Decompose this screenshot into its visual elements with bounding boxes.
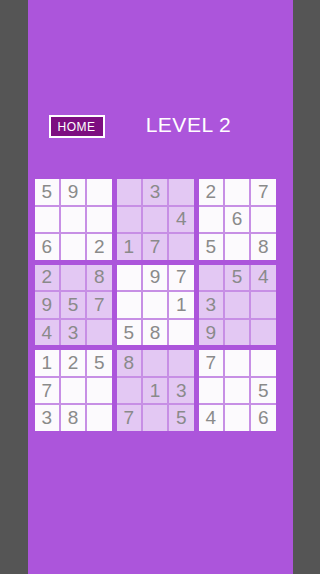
cell-r1c9[interactable]: 7 — [251, 179, 275, 205]
home-button[interactable]: HOME — [49, 115, 105, 138]
cell-r6c3[interactable] — [87, 320, 111, 346]
cell-r6c8[interactable] — [225, 320, 249, 346]
cell-r2c8[interactable]: 6 — [225, 207, 249, 233]
cell-r7c6[interactable] — [169, 350, 193, 376]
block-4: 97158 — [117, 265, 194, 346]
cell-r3c1[interactable]: 6 — [35, 234, 59, 260]
cell-r1c4[interactable] — [117, 179, 141, 205]
cell-r8c3[interactable] — [87, 378, 111, 404]
sudoku-board: 5962341727658289574397158543912573881375… — [35, 179, 276, 431]
cell-r9c3[interactable] — [87, 405, 111, 431]
cell-r2c7[interactable] — [199, 207, 223, 233]
cell-r9c2[interactable]: 8 — [61, 405, 85, 431]
cell-r6c2[interactable]: 3 — [61, 320, 85, 346]
cell-r3c7[interactable]: 5 — [199, 234, 223, 260]
cell-r5c3[interactable]: 7 — [87, 292, 111, 318]
cell-r5c2[interactable]: 5 — [61, 292, 85, 318]
block-6: 125738 — [35, 350, 112, 431]
cell-r3c3[interactable]: 2 — [87, 234, 111, 260]
cell-r7c3[interactable]: 5 — [87, 350, 111, 376]
cell-r5c5[interactable] — [143, 292, 167, 318]
cell-r4c8[interactable]: 5 — [225, 265, 249, 291]
cell-r4c2[interactable] — [61, 265, 85, 291]
cell-r7c5[interactable] — [143, 350, 167, 376]
cell-r2c5[interactable] — [143, 207, 167, 233]
cell-r9c4[interactable]: 7 — [117, 405, 141, 431]
cell-r4c6[interactable]: 7 — [169, 265, 193, 291]
cell-r5c4[interactable] — [117, 292, 141, 318]
cell-r4c4[interactable] — [117, 265, 141, 291]
cell-r2c3[interactable] — [87, 207, 111, 233]
cell-r3c9[interactable]: 8 — [251, 234, 275, 260]
block-5: 5439 — [199, 265, 276, 346]
cell-r9c9[interactable]: 6 — [251, 405, 275, 431]
cell-r4c1[interactable]: 2 — [35, 265, 59, 291]
cell-r3c2[interactable] — [61, 234, 85, 260]
cell-r3c5[interactable]: 7 — [143, 234, 167, 260]
cell-r1c2[interactable]: 9 — [61, 179, 85, 205]
cell-r8c7[interactable] — [199, 378, 223, 404]
block-8: 7546 — [199, 350, 276, 431]
cell-r2c6[interactable]: 4 — [169, 207, 193, 233]
cell-r2c1[interactable] — [35, 207, 59, 233]
cell-r5c9[interactable] — [251, 292, 275, 318]
cell-r6c6[interactable] — [169, 320, 193, 346]
cell-r9c6[interactable]: 5 — [169, 405, 193, 431]
cell-r1c6[interactable] — [169, 179, 193, 205]
cell-r1c3[interactable] — [87, 179, 111, 205]
cell-r1c1[interactable]: 5 — [35, 179, 59, 205]
cell-r7c8[interactable] — [225, 350, 249, 376]
cell-r9c7[interactable]: 4 — [199, 405, 223, 431]
cell-r6c1[interactable]: 4 — [35, 320, 59, 346]
cell-r8c6[interactable]: 3 — [169, 378, 193, 404]
cell-r9c8[interactable] — [225, 405, 249, 431]
cell-r4c3[interactable]: 8 — [87, 265, 111, 291]
cell-r8c5[interactable]: 1 — [143, 378, 167, 404]
cell-r3c8[interactable] — [225, 234, 249, 260]
cell-r8c1[interactable]: 7 — [35, 378, 59, 404]
block-7: 81375 — [117, 350, 194, 431]
cell-r8c2[interactable] — [61, 378, 85, 404]
cell-r2c4[interactable] — [117, 207, 141, 233]
cell-r8c8[interactable] — [225, 378, 249, 404]
cell-r2c2[interactable] — [61, 207, 85, 233]
cell-r1c8[interactable] — [225, 179, 249, 205]
cell-r7c1[interactable]: 1 — [35, 350, 59, 376]
cell-r6c5[interactable]: 8 — [143, 320, 167, 346]
block-0: 5962 — [35, 179, 112, 260]
cell-r5c8[interactable] — [225, 292, 249, 318]
cell-r6c4[interactable]: 5 — [117, 320, 141, 346]
cell-r8c9[interactable]: 5 — [251, 378, 275, 404]
cell-r7c2[interactable]: 2 — [61, 350, 85, 376]
cell-r9c5[interactable] — [143, 405, 167, 431]
cell-r1c5[interactable]: 3 — [143, 179, 167, 205]
block-2: 27658 — [199, 179, 276, 260]
cell-r3c6[interactable] — [169, 234, 193, 260]
cell-r6c9[interactable] — [251, 320, 275, 346]
cell-r3c4[interactable]: 1 — [117, 234, 141, 260]
cell-r1c7[interactable]: 2 — [199, 179, 223, 205]
cell-r7c9[interactable] — [251, 350, 275, 376]
cell-r4c7[interactable] — [199, 265, 223, 291]
level-title: LEVEL 2 — [146, 113, 232, 137]
cell-r5c7[interactable]: 3 — [199, 292, 223, 318]
cell-r5c6[interactable]: 1 — [169, 292, 193, 318]
cell-r4c9[interactable]: 4 — [251, 265, 275, 291]
app-screen: HOME LEVEL 2 596234172765828957439715854… — [28, 0, 293, 574]
cell-r5c1[interactable]: 9 — [35, 292, 59, 318]
cell-r2c9[interactable] — [251, 207, 275, 233]
cell-r9c1[interactable]: 3 — [35, 405, 59, 431]
block-3: 2895743 — [35, 265, 112, 346]
cell-r4c5[interactable]: 9 — [143, 265, 167, 291]
cell-r7c4[interactable]: 8 — [117, 350, 141, 376]
block-1: 3417 — [117, 179, 194, 260]
cell-r7c7[interactable]: 7 — [199, 350, 223, 376]
cell-r8c4[interactable] — [117, 378, 141, 404]
cell-r6c7[interactable]: 9 — [199, 320, 223, 346]
